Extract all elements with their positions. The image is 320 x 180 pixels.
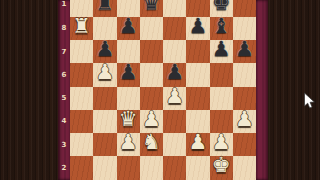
black-king[interactable]: ♚ [212,0,231,14]
white-king[interactable]: ♚ [212,155,231,176]
square-h8[interactable] [233,0,256,17]
square-b1[interactable] [93,156,116,179]
square-b3[interactable] [93,110,116,133]
square-c2[interactable]: ♟ [117,133,140,156]
square-e2[interactable] [163,133,186,156]
square-f2[interactable]: ♟ [186,133,209,156]
rank-label-6: 6 [58,71,70,79]
square-a7[interactable]: ♜ [70,17,93,40]
square-c7[interactable]: ♟ [117,17,140,40]
square-b4[interactable] [93,87,116,110]
white-pawn[interactable]: ♟ [95,62,114,83]
square-d2[interactable]: ♞ [140,133,163,156]
black-rook[interactable]: ♜ [95,0,114,14]
square-b2[interactable] [93,133,116,156]
rank-label-1: 1 [58,0,70,8]
rank-label-5: 5 [58,94,70,102]
white-pawn[interactable]: ♟ [142,109,161,130]
square-d5[interactable] [140,63,163,86]
square-d1[interactable] [140,156,163,179]
rank-label-7: 7 [58,48,70,56]
square-f5[interactable] [186,63,209,86]
square-a4[interactable] [70,87,93,110]
square-d7[interactable] [140,17,163,40]
square-b8[interactable]: ♜ [93,0,116,17]
rank-label-8: 8 [58,24,70,32]
square-h1[interactable] [233,156,256,179]
square-a3[interactable] [70,110,93,133]
square-g5[interactable] [210,63,233,86]
square-f7[interactable]: ♟ [186,17,209,40]
square-e7[interactable] [163,17,186,40]
square-b5[interactable]: ♟ [93,63,116,86]
square-f6[interactable] [186,40,209,63]
white-knight[interactable]: ♞ [142,132,161,153]
white-pawn[interactable]: ♟ [235,109,254,130]
white-pawn[interactable]: ♟ [188,132,207,153]
square-a2[interactable] [70,133,93,156]
mouse-cursor [303,92,316,110]
square-c1[interactable] [117,156,140,179]
square-h3[interactable]: ♟ [233,110,256,133]
square-d8[interactable]: ♛ [140,0,163,17]
square-e8[interactable] [163,0,186,17]
square-e1[interactable] [163,156,186,179]
screen: 8 7 6 5 4 3 2 1 ♜♛♚♜♟♟♝♟♟♟♟♟♟♟♛♟♟♟♞♟♟♚ [0,0,320,180]
chess-board: ♜♛♚♜♟♟♝♟♟♟♟♟♟♟♛♟♟♟♞♟♟♚ [70,0,256,180]
square-g4[interactable] [210,87,233,110]
black-pawn[interactable]: ♟ [119,62,138,83]
square-a1[interactable] [70,156,93,179]
white-queen[interactable]: ♛ [119,109,138,130]
square-d6[interactable] [140,40,163,63]
square-g1[interactable]: ♚ [210,156,233,179]
square-f1[interactable] [186,156,209,179]
rank-label-3: 3 [58,141,70,149]
rank-label-4: 4 [58,117,70,125]
black-pawn[interactable]: ♟ [119,16,138,37]
black-bishop[interactable]: ♝ [212,16,231,37]
white-pawn[interactable]: ♟ [212,132,231,153]
black-pawn[interactable]: ♟ [188,16,207,37]
square-h2[interactable] [233,133,256,156]
square-h5[interactable] [233,63,256,86]
square-a6[interactable] [70,40,93,63]
square-a5[interactable] [70,63,93,86]
black-queen[interactable]: ♛ [142,0,161,14]
black-pawn[interactable]: ♟ [212,39,231,60]
square-f4[interactable] [186,87,209,110]
black-pawn[interactable]: ♟ [235,39,254,60]
black-pawn[interactable]: ♟ [165,62,184,83]
square-e4[interactable]: ♟ [163,87,186,110]
black-pawn[interactable]: ♟ [95,39,114,60]
white-pawn[interactable]: ♟ [165,86,184,107]
square-c5[interactable]: ♟ [117,63,140,86]
rank-label-2: 2 [58,164,70,172]
white-rook[interactable]: ♜ [72,16,91,37]
square-g6[interactable]: ♟ [210,40,233,63]
white-pawn[interactable]: ♟ [119,132,138,153]
square-h6[interactable]: ♟ [233,40,256,63]
square-e3[interactable] [163,110,186,133]
